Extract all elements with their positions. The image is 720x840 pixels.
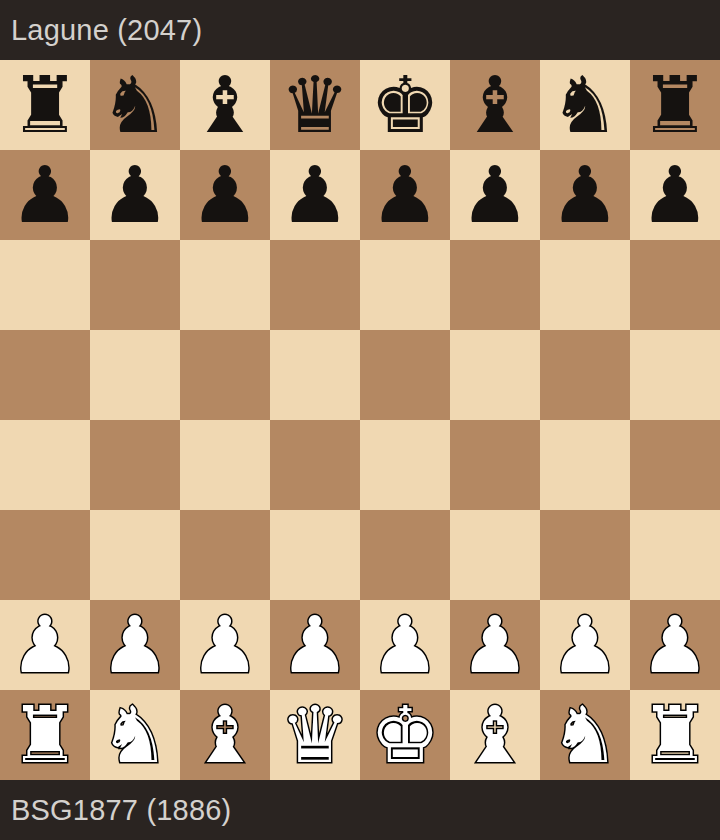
square-c4[interactable]: [180, 420, 270, 510]
piece-white-pawn[interactable]: ♟: [90, 600, 180, 690]
piece-white-rook[interactable]: ♜: [0, 690, 90, 780]
piece-white-pawn[interactable]: ♟: [270, 600, 360, 690]
piece-white-pawn[interactable]: ♟: [450, 600, 540, 690]
square-g4[interactable]: [540, 420, 630, 510]
square-f5[interactable]: [450, 330, 540, 420]
square-e5[interactable]: [360, 330, 450, 420]
square-h6[interactable]: [630, 240, 720, 330]
opponent-bar: Lagune (2047): [0, 0, 720, 60]
square-g3[interactable]: [540, 510, 630, 600]
square-c6[interactable]: [180, 240, 270, 330]
piece-black-pawn[interactable]: ♟: [270, 150, 360, 240]
square-b6[interactable]: [90, 240, 180, 330]
square-d1[interactable]: ♛: [270, 690, 360, 780]
piece-black-queen[interactable]: ♛: [270, 60, 360, 150]
square-h4[interactable]: [630, 420, 720, 510]
piece-white-knight[interactable]: ♞: [540, 690, 630, 780]
square-d3[interactable]: [270, 510, 360, 600]
square-b1[interactable]: ♞: [90, 690, 180, 780]
piece-white-knight[interactable]: ♞: [90, 690, 180, 780]
piece-white-pawn[interactable]: ♟: [630, 600, 720, 690]
square-g7[interactable]: ♟: [540, 150, 630, 240]
square-h3[interactable]: [630, 510, 720, 600]
square-d2[interactable]: ♟: [270, 600, 360, 690]
piece-black-knight[interactable]: ♞: [90, 60, 180, 150]
piece-white-pawn[interactable]: ♟: [180, 600, 270, 690]
square-b5[interactable]: [90, 330, 180, 420]
square-e4[interactable]: [360, 420, 450, 510]
piece-black-pawn[interactable]: ♟: [360, 150, 450, 240]
piece-black-pawn[interactable]: ♟: [450, 150, 540, 240]
square-g1[interactable]: ♞: [540, 690, 630, 780]
player-name-rating: BSG1877 (1886): [11, 794, 231, 827]
piece-black-pawn[interactable]: ♟: [90, 150, 180, 240]
square-d7[interactable]: ♟: [270, 150, 360, 240]
square-d6[interactable]: [270, 240, 360, 330]
piece-white-pawn[interactable]: ♟: [540, 600, 630, 690]
square-a4[interactable]: [0, 420, 90, 510]
square-e6[interactable]: [360, 240, 450, 330]
square-b8[interactable]: ♞: [90, 60, 180, 150]
square-f2[interactable]: ♟: [450, 600, 540, 690]
piece-white-bishop[interactable]: ♝: [180, 690, 270, 780]
piece-white-pawn[interactable]: ♟: [0, 600, 90, 690]
square-e8[interactable]: ♚: [360, 60, 450, 150]
square-e3[interactable]: [360, 510, 450, 600]
piece-black-pawn[interactable]: ♟: [180, 150, 270, 240]
square-d8[interactable]: ♛: [270, 60, 360, 150]
piece-black-bishop[interactable]: ♝: [180, 60, 270, 150]
square-b2[interactable]: ♟: [90, 600, 180, 690]
square-a2[interactable]: ♟: [0, 600, 90, 690]
square-b3[interactable]: [90, 510, 180, 600]
square-e1[interactable]: ♚: [360, 690, 450, 780]
chess-game-screen: Lagune (2047) ♜♞♝♛♚♝♞♜♟♟♟♟♟♟♟♟♟♟♟♟♟♟♟♟♜♞…: [0, 0, 720, 840]
piece-black-bishop[interactable]: ♝: [450, 60, 540, 150]
piece-white-queen[interactable]: ♛: [270, 690, 360, 780]
piece-white-bishop[interactable]: ♝: [450, 690, 540, 780]
square-c7[interactable]: ♟: [180, 150, 270, 240]
piece-black-king[interactable]: ♚: [360, 60, 450, 150]
square-c3[interactable]: [180, 510, 270, 600]
square-g2[interactable]: ♟: [540, 600, 630, 690]
square-e7[interactable]: ♟: [360, 150, 450, 240]
square-f8[interactable]: ♝: [450, 60, 540, 150]
square-a8[interactable]: ♜: [0, 60, 90, 150]
square-a5[interactable]: [0, 330, 90, 420]
piece-white-rook[interactable]: ♜: [630, 690, 720, 780]
square-h8[interactable]: ♜: [630, 60, 720, 150]
piece-black-rook[interactable]: ♜: [0, 60, 90, 150]
chess-board: ♜♞♝♛♚♝♞♜♟♟♟♟♟♟♟♟♟♟♟♟♟♟♟♟♜♞♝♛♚♝♞♜: [0, 60, 720, 780]
piece-black-knight[interactable]: ♞: [540, 60, 630, 150]
square-a7[interactable]: ♟: [0, 150, 90, 240]
square-f3[interactable]: [450, 510, 540, 600]
piece-white-king[interactable]: ♚: [360, 690, 450, 780]
square-f4[interactable]: [450, 420, 540, 510]
piece-black-pawn[interactable]: ♟: [630, 150, 720, 240]
square-b7[interactable]: ♟: [90, 150, 180, 240]
square-c1[interactable]: ♝: [180, 690, 270, 780]
piece-white-pawn[interactable]: ♟: [360, 600, 450, 690]
square-e2[interactable]: ♟: [360, 600, 450, 690]
piece-black-pawn[interactable]: ♟: [540, 150, 630, 240]
square-f7[interactable]: ♟: [450, 150, 540, 240]
player-bar: BSG1877 (1886): [0, 780, 720, 840]
piece-black-rook[interactable]: ♜: [630, 60, 720, 150]
square-g5[interactable]: [540, 330, 630, 420]
square-h1[interactable]: ♜: [630, 690, 720, 780]
square-c5[interactable]: [180, 330, 270, 420]
square-c2[interactable]: ♟: [180, 600, 270, 690]
square-a3[interactable]: [0, 510, 90, 600]
opponent-name-rating: Lagune (2047): [11, 14, 202, 47]
square-a1[interactable]: ♜: [0, 690, 90, 780]
square-f6[interactable]: [450, 240, 540, 330]
square-f1[interactable]: ♝: [450, 690, 540, 780]
square-b4[interactable]: [90, 420, 180, 510]
piece-black-pawn[interactable]: ♟: [0, 150, 90, 240]
square-h5[interactable]: [630, 330, 720, 420]
square-h7[interactable]: ♟: [630, 150, 720, 240]
square-d4[interactable]: [270, 420, 360, 510]
square-d5[interactable]: [270, 330, 360, 420]
square-g8[interactable]: ♞: [540, 60, 630, 150]
square-a6[interactable]: [0, 240, 90, 330]
square-c8[interactable]: ♝: [180, 60, 270, 150]
square-h2[interactable]: ♟: [630, 600, 720, 690]
square-g6[interactable]: [540, 240, 630, 330]
